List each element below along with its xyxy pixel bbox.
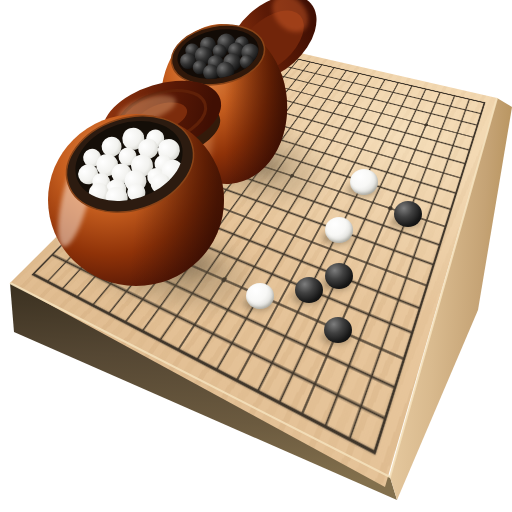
go-scene — [0, 0, 512, 512]
stone-bowls — [0, 0, 512, 512]
